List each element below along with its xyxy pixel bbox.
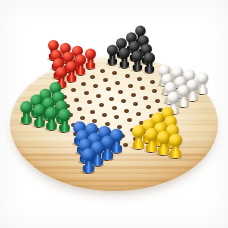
board-hole[interactable] bbox=[102, 113, 107, 117]
holes-and-pegs-layer bbox=[0, 0, 228, 228]
board-hole[interactable] bbox=[99, 103, 104, 107]
peg-base bbox=[58, 124, 69, 132]
board-hole[interactable] bbox=[150, 80, 155, 84]
board-hole[interactable] bbox=[93, 84, 98, 88]
board-hole[interactable] bbox=[90, 110, 95, 114]
peg-head bbox=[144, 53, 155, 64]
board-hole[interactable] bbox=[103, 78, 108, 82]
board-hole[interactable] bbox=[125, 74, 130, 78]
board-hole[interactable] bbox=[115, 81, 120, 85]
board-hole[interactable] bbox=[109, 97, 114, 101]
board-hole[interactable] bbox=[87, 100, 92, 104]
peg-green[interactable] bbox=[56, 109, 72, 134]
peg-black[interactable] bbox=[142, 53, 156, 75]
board-hole[interactable] bbox=[152, 89, 157, 93]
board-hole[interactable] bbox=[74, 98, 79, 102]
peg-yellow[interactable] bbox=[167, 133, 183, 159]
board-hole[interactable] bbox=[81, 82, 86, 86]
board-hole[interactable] bbox=[140, 86, 145, 90]
peg-black[interactable] bbox=[117, 47, 131, 69]
peg-blue[interactable] bbox=[79, 148, 96, 175]
peg-head bbox=[81, 148, 95, 162]
board-hole[interactable] bbox=[80, 116, 85, 120]
board-hole[interactable] bbox=[84, 91, 89, 95]
peg-head bbox=[57, 109, 70, 122]
chinese-checkers-board-photo bbox=[0, 0, 228, 228]
board-hole[interactable] bbox=[106, 87, 111, 91]
board-hole[interactable] bbox=[137, 77, 142, 81]
board-hole[interactable] bbox=[128, 84, 133, 88]
peg-head bbox=[119, 47, 130, 58]
board-hole[interactable] bbox=[112, 71, 117, 75]
board-hole[interactable] bbox=[143, 96, 148, 100]
board-hole[interactable] bbox=[127, 118, 132, 122]
peg-head bbox=[169, 133, 182, 146]
board-hole[interactable] bbox=[118, 90, 123, 94]
board-hole[interactable] bbox=[131, 93, 136, 97]
board-hole[interactable] bbox=[90, 75, 95, 79]
peg-base bbox=[144, 66, 153, 73]
board-hole[interactable] bbox=[146, 105, 151, 109]
board-hole[interactable] bbox=[100, 69, 105, 73]
board-hole[interactable] bbox=[155, 99, 160, 103]
peg-head bbox=[56, 67, 68, 79]
board-hole[interactable] bbox=[121, 99, 126, 103]
board-hole[interactable] bbox=[133, 102, 138, 106]
board-hole[interactable] bbox=[77, 107, 82, 111]
board-hole[interactable] bbox=[96, 94, 101, 98]
board-hole[interactable] bbox=[71, 88, 76, 92]
board-hole[interactable] bbox=[136, 112, 141, 116]
peg-head bbox=[131, 50, 142, 61]
board-hole[interactable] bbox=[124, 109, 129, 113]
peg-head bbox=[106, 45, 117, 56]
board-hole[interactable] bbox=[112, 106, 117, 110]
peg-head bbox=[167, 91, 179, 103]
board-hole[interactable] bbox=[114, 115, 119, 119]
